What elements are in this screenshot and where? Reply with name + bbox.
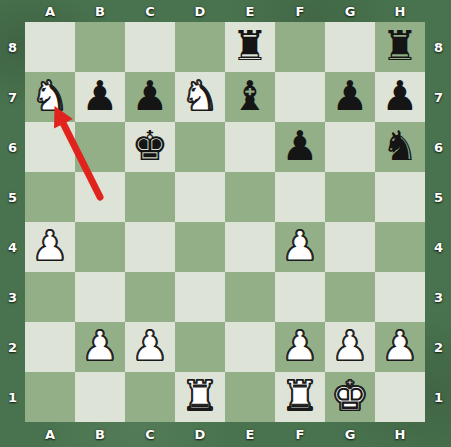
file-label-bottom-e: E: [225, 422, 275, 447]
square-b2[interactable]: ♟: [75, 322, 125, 372]
square-d1[interactable]: ♜: [175, 372, 225, 422]
square-e8[interactable]: ♜: [225, 22, 275, 72]
square-h8[interactable]: ♜: [375, 22, 425, 72]
rank-label-left-1: 1: [0, 372, 25, 422]
square-c4[interactable]: [125, 222, 175, 272]
square-b7[interactable]: ♟: [75, 72, 125, 122]
file-label-bottom-f: F: [275, 422, 325, 447]
piece-black-pawn: ♟: [132, 71, 169, 121]
rank-label-right-3: 3: [426, 272, 451, 322]
square-h2[interactable]: ♟: [375, 322, 425, 372]
rank-label-right-2: 2: [426, 322, 451, 372]
file-label-top-c: C: [125, 0, 175, 22]
square-a7[interactable]: ♞: [25, 72, 75, 122]
piece-black-pawn: ♟: [332, 71, 369, 121]
square-f1[interactable]: ♜: [275, 372, 325, 422]
square-g2[interactable]: ♟: [325, 322, 375, 372]
file-label-bottom-h: H: [375, 422, 425, 447]
rank-label-right-1: 1: [426, 372, 451, 422]
square-d4[interactable]: [175, 222, 225, 272]
square-a1[interactable]: [25, 372, 75, 422]
square-d3[interactable]: [175, 272, 225, 322]
square-d8[interactable]: [175, 22, 225, 72]
square-c3[interactable]: [125, 272, 175, 322]
file-label-top-d: D: [175, 0, 225, 22]
piece-black-pawn: ♟: [82, 71, 119, 121]
rank-label-left-7: 7: [0, 72, 25, 122]
file-labels-bottom: ABCDEFGH: [25, 422, 425, 447]
square-g3[interactable]: [325, 272, 375, 322]
square-h4[interactable]: [375, 222, 425, 272]
rank-label-left-8: 8: [0, 22, 25, 72]
rank-labels-right: 87654321: [426, 22, 451, 422]
square-a2[interactable]: [25, 322, 75, 372]
file-label-bottom-b: B: [75, 422, 125, 447]
piece-white-pawn: ♟: [382, 321, 419, 371]
file-label-bottom-d: D: [175, 422, 225, 447]
square-d5[interactable]: [175, 172, 225, 222]
piece-white-pawn: ♟: [282, 321, 319, 371]
square-h3[interactable]: [375, 272, 425, 322]
square-a4[interactable]: ♟: [25, 222, 75, 272]
square-e5[interactable]: [225, 172, 275, 222]
rank-label-left-3: 3: [0, 272, 25, 322]
square-h1[interactable]: [375, 372, 425, 422]
square-e4[interactable]: [225, 222, 275, 272]
square-d2[interactable]: [175, 322, 225, 372]
chess-diagram: ABCDEFGH ABCDEFGH 87654321 87654321 ♜♜♞♟…: [0, 0, 451, 447]
square-b5[interactable]: [75, 172, 125, 222]
square-a8[interactable]: [25, 22, 75, 72]
file-label-top-g: G: [325, 0, 375, 22]
piece-black-rook: ♜: [382, 21, 419, 71]
rank-label-right-4: 4: [426, 222, 451, 272]
file-label-top-e: E: [225, 0, 275, 22]
square-f6[interactable]: ♟: [275, 122, 325, 172]
square-g4[interactable]: [325, 222, 375, 272]
square-f8[interactable]: [275, 22, 325, 72]
square-f4[interactable]: ♟: [275, 222, 325, 272]
square-h6[interactable]: ♞: [375, 122, 425, 172]
square-f7[interactable]: [275, 72, 325, 122]
square-h5[interactable]: [375, 172, 425, 222]
rank-label-right-6: 6: [426, 122, 451, 172]
piece-white-pawn: ♟: [132, 321, 169, 371]
square-b1[interactable]: [75, 372, 125, 422]
piece-white-pawn: ♟: [82, 321, 119, 371]
rank-labels-left: 87654321: [0, 22, 25, 422]
square-c1[interactable]: [125, 372, 175, 422]
square-f3[interactable]: [275, 272, 325, 322]
piece-black-rook: ♜: [232, 21, 269, 71]
square-e3[interactable]: [225, 272, 275, 322]
square-f5[interactable]: [275, 172, 325, 222]
piece-white-pawn: ♟: [282, 221, 319, 271]
file-labels-top: ABCDEFGH: [25, 0, 425, 22]
file-label-bottom-a: A: [25, 422, 75, 447]
piece-black-pawn: ♟: [382, 71, 419, 121]
square-a5[interactable]: [25, 172, 75, 222]
square-f2[interactable]: ♟: [275, 322, 325, 372]
file-label-top-f: F: [275, 0, 325, 22]
square-e1[interactable]: [225, 372, 275, 422]
square-b8[interactable]: [75, 22, 125, 72]
piece-black-king: ♚: [132, 121, 169, 171]
square-c2[interactable]: ♟: [125, 322, 175, 372]
square-d6[interactable]: [175, 122, 225, 172]
piece-white-rook: ♜: [182, 371, 219, 421]
square-g6[interactable]: [325, 122, 375, 172]
square-b3[interactable]: [75, 272, 125, 322]
square-g1[interactable]: ♚: [325, 372, 375, 422]
piece-black-knight: ♞: [382, 121, 419, 171]
square-h7[interactable]: ♟: [375, 72, 425, 122]
file-label-top-h: H: [375, 0, 425, 22]
square-b6[interactable]: [75, 122, 125, 172]
piece-white-pawn: ♟: [332, 321, 369, 371]
file-label-top-a: A: [25, 0, 75, 22]
square-c7[interactable]: ♟: [125, 72, 175, 122]
chess-board: ♜♜♞♟♟♞♝♟♟♚♟♞♟♟♟♟♟♟♟♜♜♚: [25, 22, 425, 422]
square-e6[interactable]: [225, 122, 275, 172]
square-g7[interactable]: ♟: [325, 72, 375, 122]
square-c6[interactable]: ♚: [125, 122, 175, 172]
square-g8[interactable]: [325, 22, 375, 72]
rank-label-left-5: 5: [0, 172, 25, 222]
square-d7[interactable]: ♞: [175, 72, 225, 122]
piece-white-knight: ♞: [32, 71, 69, 121]
square-g5[interactable]: [325, 172, 375, 222]
piece-white-rook: ♜: [282, 371, 319, 421]
file-label-bottom-c: C: [125, 422, 175, 447]
square-c5[interactable]: [125, 172, 175, 222]
square-c8[interactable]: [125, 22, 175, 72]
rank-label-left-6: 6: [0, 122, 25, 172]
piece-black-bishop: ♝: [232, 71, 269, 121]
square-e2[interactable]: [225, 322, 275, 372]
rank-label-left-2: 2: [0, 322, 25, 372]
rank-label-right-5: 5: [426, 172, 451, 222]
file-label-bottom-g: G: [325, 422, 375, 447]
square-e7[interactable]: ♝: [225, 72, 275, 122]
square-a6[interactable]: [25, 122, 75, 172]
piece-white-knight: ♞: [182, 71, 219, 121]
piece-white-king: ♚: [332, 371, 369, 421]
piece-white-pawn: ♟: [32, 221, 69, 271]
file-label-top-b: B: [75, 0, 125, 22]
square-a3[interactable]: [25, 272, 75, 322]
piece-black-pawn: ♟: [282, 121, 319, 171]
square-b4[interactable]: [75, 222, 125, 272]
rank-label-left-4: 4: [0, 222, 25, 272]
rank-label-right-8: 8: [426, 22, 451, 72]
rank-label-right-7: 7: [426, 72, 451, 122]
